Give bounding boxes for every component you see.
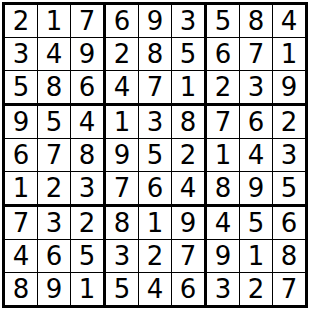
cell-r1c5[interactable]: 9 <box>139 5 172 38</box>
cell-r4c5[interactable]: 3 <box>139 106 172 139</box>
cell-r4c3[interactable]: 4 <box>71 106 106 139</box>
cell-r2c1[interactable]: 3 <box>5 38 38 71</box>
cell-r4c2[interactable]: 5 <box>38 106 71 139</box>
cell-r8c8[interactable]: 1 <box>240 240 273 273</box>
cell-r8c5[interactable]: 2 <box>139 240 172 273</box>
cell-r2c2[interactable]: 4 <box>38 38 71 71</box>
cell-r7c1[interactable]: 7 <box>5 207 38 240</box>
cell-r9c6[interactable]: 6 <box>172 273 207 305</box>
cell-r7c3[interactable]: 2 <box>71 207 106 240</box>
cell-r3c6[interactable]: 1 <box>172 71 207 106</box>
cell-r1c6[interactable]: 3 <box>172 5 207 38</box>
cell-r3c8[interactable]: 3 <box>240 71 273 106</box>
cell-r5c6[interactable]: 2 <box>172 139 207 172</box>
cell-r2c9[interactable]: 1 <box>273 38 305 71</box>
cell-r6c4[interactable]: 7 <box>106 172 139 207</box>
cell-r7c6[interactable]: 9 <box>172 207 207 240</box>
cell-r6c7[interactable]: 8 <box>207 172 240 207</box>
cell-r3c9[interactable]: 9 <box>273 71 305 106</box>
cell-r5c8[interactable]: 4 <box>240 139 273 172</box>
cell-r3c4[interactable]: 4 <box>106 71 139 106</box>
cell-r7c7[interactable]: 4 <box>207 207 240 240</box>
cell-r6c6[interactable]: 4 <box>172 172 207 207</box>
cell-r9c5[interactable]: 4 <box>139 273 172 305</box>
cell-r1c4[interactable]: 6 <box>106 5 139 38</box>
cell-r1c9[interactable]: 4 <box>273 5 305 38</box>
cell-r9c2[interactable]: 9 <box>38 273 71 305</box>
cell-r2c4[interactable]: 2 <box>106 38 139 71</box>
cell-r5c9[interactable]: 3 <box>273 139 305 172</box>
cell-r1c3[interactable]: 7 <box>71 5 106 38</box>
cell-r1c1[interactable]: 2 <box>5 5 38 38</box>
cell-r1c7[interactable]: 5 <box>207 5 240 38</box>
cell-r7c4[interactable]: 8 <box>106 207 139 240</box>
cell-r5c3[interactable]: 8 <box>71 139 106 172</box>
cell-r6c5[interactable]: 6 <box>139 172 172 207</box>
cell-r1c8[interactable]: 8 <box>240 5 273 38</box>
cell-r9c8[interactable]: 2 <box>240 273 273 305</box>
cell-r8c2[interactable]: 6 <box>38 240 71 273</box>
cell-r6c1[interactable]: 1 <box>5 172 38 207</box>
cell-r9c4[interactable]: 5 <box>106 273 139 305</box>
cell-r3c7[interactable]: 2 <box>207 71 240 106</box>
sudoku-board: 2176935843492856715864712399541387626789… <box>2 2 308 308</box>
cell-r1c2[interactable]: 1 <box>38 5 71 38</box>
cell-r5c1[interactable]: 6 <box>5 139 38 172</box>
cell-r3c5[interactable]: 7 <box>139 71 172 106</box>
cell-r4c6[interactable]: 8 <box>172 106 207 139</box>
cell-r8c3[interactable]: 5 <box>71 240 106 273</box>
cell-r2c7[interactable]: 6 <box>207 38 240 71</box>
cell-r6c8[interactable]: 9 <box>240 172 273 207</box>
cell-r5c5[interactable]: 5 <box>139 139 172 172</box>
cell-r4c7[interactable]: 7 <box>207 106 240 139</box>
cell-r7c8[interactable]: 5 <box>240 207 273 240</box>
cell-r3c1[interactable]: 5 <box>5 71 38 106</box>
cell-r9c7[interactable]: 3 <box>207 273 240 305</box>
cell-r7c2[interactable]: 3 <box>38 207 71 240</box>
cell-r6c3[interactable]: 3 <box>71 172 106 207</box>
cell-r5c4[interactable]: 9 <box>106 139 139 172</box>
cell-r4c1[interactable]: 9 <box>5 106 38 139</box>
cell-r9c9[interactable]: 7 <box>273 273 305 305</box>
cell-r3c3[interactable]: 6 <box>71 71 106 106</box>
cell-r4c8[interactable]: 6 <box>240 106 273 139</box>
cell-r2c8[interactable]: 7 <box>240 38 273 71</box>
cell-r8c7[interactable]: 9 <box>207 240 240 273</box>
cell-r8c6[interactable]: 7 <box>172 240 207 273</box>
cell-r8c4[interactable]: 3 <box>106 240 139 273</box>
cell-r5c2[interactable]: 7 <box>38 139 71 172</box>
cell-r2c5[interactable]: 8 <box>139 38 172 71</box>
cell-r7c9[interactable]: 6 <box>273 207 305 240</box>
cell-r7c5[interactable]: 1 <box>139 207 172 240</box>
cell-r8c9[interactable]: 8 <box>273 240 305 273</box>
cell-r3c2[interactable]: 8 <box>38 71 71 106</box>
cell-r6c9[interactable]: 5 <box>273 172 305 207</box>
cell-r4c4[interactable]: 1 <box>106 106 139 139</box>
cell-r9c1[interactable]: 8 <box>5 273 38 305</box>
cell-r9c3[interactable]: 1 <box>71 273 106 305</box>
cell-r2c6[interactable]: 5 <box>172 38 207 71</box>
cell-r5c7[interactable]: 1 <box>207 139 240 172</box>
cell-r6c2[interactable]: 2 <box>38 172 71 207</box>
cell-r8c1[interactable]: 4 <box>5 240 38 273</box>
cell-r4c9[interactable]: 2 <box>273 106 305 139</box>
cell-r2c3[interactable]: 9 <box>71 38 106 71</box>
